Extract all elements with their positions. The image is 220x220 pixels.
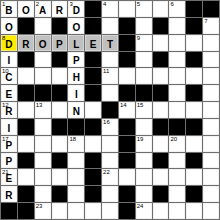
cell-r2c12[interactable] xyxy=(203,35,219,51)
block-cell-r1c7 xyxy=(119,18,135,34)
block-cell-r11c3 xyxy=(52,186,68,202)
block-cell-r1c5 xyxy=(85,18,101,34)
letter-r5c4: I xyxy=(68,89,84,101)
cell-r3c6[interactable] xyxy=(102,52,118,68)
letter-r1c0: O xyxy=(1,22,17,34)
block-cell-r9c3 xyxy=(52,153,68,169)
cell-r1c10[interactable] xyxy=(169,18,185,34)
cell-r6c11[interactable] xyxy=(186,102,202,118)
block-cell-r9c11 xyxy=(186,153,202,169)
block-cell-r9c9 xyxy=(153,153,169,169)
cell-r1c2[interactable] xyxy=(35,18,51,34)
block-cell-r12c1 xyxy=(18,203,34,219)
cell-r5c6[interactable] xyxy=(102,85,118,101)
block-cell-r7c7 xyxy=(119,119,135,135)
letter-r3c4: P xyxy=(68,55,84,67)
cell-r8c8[interactable]: 19 xyxy=(136,136,152,152)
letter-r6c0: R xyxy=(1,106,17,118)
block-cell-r0c5 xyxy=(85,1,101,17)
block-cell-r5c3 xyxy=(52,85,68,101)
clue-number-18: 18 xyxy=(69,136,76,142)
cell-r4c9[interactable] xyxy=(153,68,169,84)
letter-r2c6: T xyxy=(102,39,118,51)
cell-r2c0[interactable]: 8D xyxy=(1,35,17,51)
cell-r2c6[interactable]: T xyxy=(102,35,118,51)
cell-r8c6[interactable] xyxy=(102,136,118,152)
letter-r2c3: P xyxy=(52,39,68,51)
block-cell-r5c1 xyxy=(18,85,34,101)
clue-number-11: 11 xyxy=(103,68,109,74)
block-cell-r5c2 xyxy=(35,85,51,101)
block-cell-r3c11 xyxy=(186,52,202,68)
crossword-board: 1BO2AR3D456OO78DROPLET9IP10CH11EI12R13N1… xyxy=(0,0,220,220)
letter-r9c0: P xyxy=(1,156,17,168)
block-cell-r5c9 xyxy=(153,85,169,101)
cell-r10c3[interactable] xyxy=(52,169,68,185)
block-cell-r3c3 xyxy=(52,52,68,68)
cell-r3c0[interactable]: I xyxy=(1,52,17,68)
cell-r11c6[interactable] xyxy=(102,186,118,202)
block-cell-r11c5 xyxy=(85,186,101,202)
cell-r7c0[interactable]: I xyxy=(1,119,17,135)
cell-r7c12[interactable] xyxy=(203,119,219,135)
letter-r7c0: I xyxy=(1,123,17,135)
block-cell-r12c7 xyxy=(119,203,135,219)
cell-r2c1[interactable]: R xyxy=(18,35,34,51)
cell-r0c10[interactable]: 6 xyxy=(169,1,185,17)
block-cell-r1c3 xyxy=(52,18,68,34)
block-cell-r8c7 xyxy=(119,136,135,152)
letter-r0c2: A xyxy=(35,5,51,17)
clue-number-23: 23 xyxy=(36,203,43,209)
clue-number-15: 15 xyxy=(137,102,144,108)
cell-r2c3[interactable]: P xyxy=(52,35,68,51)
letter-r2c0: D xyxy=(1,39,17,51)
cell-r1c8[interactable] xyxy=(136,18,152,34)
letter-r4c4: H xyxy=(68,72,84,84)
block-cell-r9c1 xyxy=(18,153,34,169)
cell-r3c2[interactable] xyxy=(35,52,51,68)
cell-r6c8[interactable]: 15 xyxy=(136,102,152,118)
cell-r4c1[interactable] xyxy=(18,68,34,84)
cell-r11c8[interactable] xyxy=(136,186,152,202)
cell-r3c4[interactable]: P xyxy=(68,52,84,68)
cell-r10c7[interactable] xyxy=(119,169,135,185)
block-cell-r9c7 xyxy=(119,153,135,169)
letter-r5c0: E xyxy=(1,89,17,101)
letter-r0c1: O xyxy=(18,5,34,17)
cell-r4c4[interactable]: H xyxy=(68,68,84,84)
cell-r6c3[interactable] xyxy=(52,102,68,118)
letter-r10c0: E xyxy=(1,173,17,185)
cell-r6c4[interactable]: N xyxy=(68,102,84,118)
cell-r5c0[interactable]: E xyxy=(1,85,17,101)
cell-r5c12[interactable] xyxy=(203,85,219,101)
cell-r6c0[interactable]: 12R xyxy=(1,102,17,118)
cell-r3c8[interactable] xyxy=(136,52,152,68)
cell-r8c11[interactable] xyxy=(186,136,202,152)
cell-r6c10[interactable] xyxy=(169,102,185,118)
cell-r8c2[interactable] xyxy=(35,136,51,152)
cell-r12c10[interactable] xyxy=(169,203,185,219)
cell-r2c2[interactable]: O xyxy=(35,35,51,51)
block-cell-r5c5 xyxy=(85,85,101,101)
letter-r2c2: O xyxy=(35,39,51,51)
cell-r0c0[interactable]: 1B xyxy=(1,1,17,17)
cell-r6c2[interactable]: 13 xyxy=(35,102,51,118)
clue-number-5: 5 xyxy=(137,1,140,7)
cell-r4c10[interactable] xyxy=(169,68,185,84)
cell-r0c3[interactable]: R xyxy=(52,1,68,17)
cell-r0c7[interactable] xyxy=(119,1,135,17)
clue-number-6: 6 xyxy=(170,1,173,7)
cell-r1c12[interactable]: 7 xyxy=(203,18,219,34)
cell-r12c8[interactable]: 24 xyxy=(136,203,152,219)
block-cell-r2c7 xyxy=(119,35,135,51)
cell-r11c4[interactable] xyxy=(68,186,84,202)
cell-r12c6[interactable] xyxy=(102,203,118,219)
letter-r8c0: P xyxy=(1,140,17,152)
cell-r7c6[interactable]: 16 xyxy=(102,119,118,135)
cell-r10c12[interactable] xyxy=(203,169,219,185)
cell-r8c0[interactable]: 17P xyxy=(1,136,17,152)
cell-r6c5[interactable] xyxy=(85,102,101,118)
clue-number-16: 16 xyxy=(103,119,110,125)
block-cell-r11c7 xyxy=(119,186,135,202)
cell-r10c11[interactable] xyxy=(186,169,202,185)
cell-r3c10[interactable] xyxy=(169,52,185,68)
cell-r4c2[interactable] xyxy=(35,68,51,84)
cell-r1c4[interactable]: O xyxy=(68,18,84,34)
letter-r2c4: L xyxy=(68,39,84,51)
clue-number-22: 22 xyxy=(103,169,110,175)
cell-r9c6[interactable] xyxy=(102,153,118,169)
cell-r10c6[interactable]: 22 xyxy=(102,169,118,185)
cell-r10c2[interactable] xyxy=(35,169,51,185)
cell-r3c12[interactable] xyxy=(203,52,219,68)
letter-r0c0: B xyxy=(1,5,17,17)
cell-r12c5[interactable] xyxy=(85,203,101,219)
cell-r5c10[interactable] xyxy=(169,85,185,101)
cell-r10c8[interactable] xyxy=(136,169,152,185)
cell-r4c12[interactable] xyxy=(203,68,219,84)
cell-r9c10[interactable] xyxy=(169,153,185,169)
block-cell-r1c9 xyxy=(153,18,169,34)
cell-r11c12[interactable] xyxy=(203,186,219,202)
cell-r6c1[interactable] xyxy=(18,102,34,118)
block-cell-r3c9 xyxy=(153,52,169,68)
block-cell-r7c3 xyxy=(52,119,68,135)
cell-r0c2[interactable]: 2A xyxy=(35,1,51,17)
cell-r0c4[interactable]: 3D xyxy=(68,1,84,17)
cell-r2c9[interactable] xyxy=(153,35,169,51)
clue-number-7: 7 xyxy=(204,18,207,24)
block-cell-r9c5 xyxy=(85,153,101,169)
cell-r2c11[interactable] xyxy=(186,35,202,51)
cell-r9c4[interactable] xyxy=(68,153,84,169)
block-cell-r3c1 xyxy=(18,52,34,68)
cell-r8c4[interactable]: 18 xyxy=(68,136,84,152)
block-cell-r5c8 xyxy=(136,85,152,101)
block-cell-r3c5 xyxy=(85,52,101,68)
cell-r10c9[interactable] xyxy=(153,169,169,185)
block-cell-r11c11 xyxy=(186,186,202,202)
cell-r4c6[interactable]: 11 xyxy=(102,68,118,84)
block-cell-r1c11 xyxy=(186,18,202,34)
cell-r2c10[interactable] xyxy=(169,35,185,51)
cell-r9c8[interactable] xyxy=(136,153,152,169)
cell-r5c4[interactable]: I xyxy=(68,85,84,101)
block-cell-r5c7 xyxy=(119,85,135,101)
cell-r12c2[interactable]: 23 xyxy=(35,203,51,219)
cell-r10c1[interactable] xyxy=(18,169,34,185)
cell-r9c2[interactable] xyxy=(35,153,51,169)
cell-r1c0[interactable]: O xyxy=(1,18,17,34)
cell-r6c7[interactable]: 14 xyxy=(119,102,135,118)
cell-r8c10[interactable]: 20 xyxy=(169,136,185,152)
cell-r2c8[interactable]: 9 xyxy=(136,35,152,51)
crossword-app: 1BO2AR3D456OO78DROPLET9IP10CH11EI12R13N1… xyxy=(0,0,220,220)
cell-r2c5[interactable]: E xyxy=(85,35,101,51)
letter-r3c0: I xyxy=(1,55,17,67)
block-cell-r5c11 xyxy=(186,85,202,101)
cell-r12c12[interactable] xyxy=(203,203,219,219)
cell-r6c9[interactable] xyxy=(153,102,169,118)
clue-number-9: 9 xyxy=(137,35,140,41)
cell-r0c9[interactable] xyxy=(153,1,169,17)
cell-r8c9[interactable] xyxy=(153,136,169,152)
letter-r2c5: E xyxy=(85,39,101,51)
block-cell-r7c1 xyxy=(18,119,34,135)
cell-r8c3[interactable] xyxy=(52,136,68,152)
block-cell-r4c5 xyxy=(85,68,101,84)
cell-r8c5[interactable] xyxy=(85,136,101,152)
cell-r4c11[interactable] xyxy=(186,68,202,84)
block-cell-r7c9 xyxy=(153,119,169,135)
letter-r11c0: R xyxy=(1,190,17,202)
cell-r9c12[interactable] xyxy=(203,153,219,169)
block-cell-r7c5 xyxy=(85,119,101,135)
cell-r10c10[interactable] xyxy=(169,169,185,185)
clue-number-4: 4 xyxy=(103,1,106,7)
clue-number-14: 14 xyxy=(120,102,127,108)
cell-r4c0[interactable]: 10C xyxy=(1,68,17,84)
cell-r10c4[interactable] xyxy=(68,169,84,185)
block-cell-r1c1 xyxy=(18,18,34,34)
block-cell-r10c5 xyxy=(85,169,101,185)
clue-number-19: 19 xyxy=(137,136,144,142)
block-cell-r7c11 xyxy=(186,119,202,135)
clue-number-13: 13 xyxy=(36,102,43,108)
letter-r6c4: N xyxy=(68,106,84,118)
cell-r8c12[interactable] xyxy=(203,136,219,152)
cell-r4c7[interactable] xyxy=(119,68,135,84)
clue-number-20: 20 xyxy=(170,136,177,142)
block-cell-r6c6 xyxy=(102,102,118,118)
cell-r12c3[interactable] xyxy=(52,203,68,219)
block-cell-r3c7 xyxy=(119,52,135,68)
block-cell-r0c12 xyxy=(203,1,219,17)
block-cell-r11c9 xyxy=(153,186,169,202)
block-cell-r7c4 xyxy=(68,119,84,135)
block-cell-r11c1 xyxy=(18,186,34,202)
cell-r8c1[interactable] xyxy=(18,136,34,152)
cell-r4c3[interactable] xyxy=(52,68,68,84)
cell-r7c8[interactable] xyxy=(136,119,152,135)
cell-r0c8[interactable]: 5 xyxy=(136,1,152,17)
cell-r0c1[interactable]: O xyxy=(18,1,34,17)
clue-number-24: 24 xyxy=(137,203,144,209)
cell-r1c6[interactable] xyxy=(102,18,118,34)
cell-r11c0[interactable]: R xyxy=(1,186,17,202)
cell-r11c10[interactable] xyxy=(169,186,185,202)
cell-r6c12[interactable] xyxy=(203,102,219,118)
block-cell-r12c0 xyxy=(1,203,17,219)
cell-r12c4[interactable] xyxy=(68,203,84,219)
cell-r7c2[interactable] xyxy=(35,119,51,135)
cell-r11c2[interactable] xyxy=(35,186,51,202)
letter-r0c4: D xyxy=(68,5,84,17)
cell-r9c0[interactable]: P xyxy=(1,153,17,169)
letter-r4c0: C xyxy=(1,72,17,84)
cell-r12c11[interactable] xyxy=(186,203,202,219)
cell-r12c9[interactable] xyxy=(153,203,169,219)
cell-r0c6[interactable]: 4 xyxy=(102,1,118,17)
letter-r1c4: O xyxy=(68,22,84,34)
block-cell-r7c10 xyxy=(169,119,185,135)
letter-r2c1: R xyxy=(18,39,34,51)
block-cell-r0c11 xyxy=(186,1,202,17)
cell-r2c4[interactable]: L xyxy=(68,35,84,51)
cell-r10c0[interactable]: 21E xyxy=(1,169,17,185)
cell-r4c8[interactable] xyxy=(136,68,152,84)
letter-r0c3: R xyxy=(52,5,68,17)
